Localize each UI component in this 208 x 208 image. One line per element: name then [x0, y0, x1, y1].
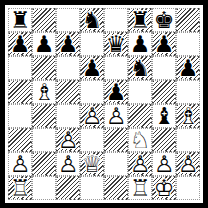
square-h5[interactable]	[176, 80, 200, 104]
square-h1[interactable]	[176, 176, 200, 200]
square-d5[interactable]	[80, 80, 104, 104]
piece-black-pawn: ♟	[9, 33, 31, 55]
square-f4[interactable]	[128, 104, 152, 128]
square-d6[interactable]: ♟	[80, 56, 104, 80]
piece-white-pawn: ♟♙	[81, 105, 103, 127]
square-h8[interactable]	[176, 8, 200, 32]
square-e1[interactable]	[104, 176, 128, 200]
piece-black-rook: ♜	[9, 9, 31, 31]
square-b7[interactable]: ♟	[32, 32, 56, 56]
square-d3[interactable]	[80, 128, 104, 152]
piece-white-rook: ♜♖	[9, 177, 31, 199]
square-e4[interactable]: ♟♙	[104, 104, 128, 128]
square-b2[interactable]	[32, 152, 56, 176]
square-e8[interactable]	[104, 8, 128, 32]
square-b5[interactable]: ♝♗	[32, 80, 56, 104]
piece-white-rook: ♜♖	[129, 177, 151, 199]
piece-black-queen: ♛	[105, 33, 127, 55]
square-a3[interactable]	[8, 128, 32, 152]
chess-diagram: ♜♞♜♚♟♟♟♛♟♟♟♞♟♝♗♟♟♙♟♙♝♝♗♟♙♞♘♟♙♟♙♛♕♟♙♟♙♟♙♜…	[0, 0, 208, 208]
piece-white-pawn: ♟♙	[177, 153, 199, 175]
square-a5[interactable]	[8, 80, 32, 104]
square-c5[interactable]	[56, 80, 80, 104]
square-c6[interactable]	[56, 56, 80, 80]
square-f3[interactable]: ♞♘	[128, 128, 152, 152]
square-d7[interactable]	[80, 32, 104, 56]
square-g4[interactable]: ♝	[152, 104, 176, 128]
piece-black-pawn: ♟	[153, 33, 175, 55]
piece-white-pawn: ♟♙	[129, 153, 151, 175]
square-c4[interactable]	[56, 104, 80, 128]
square-g5[interactable]	[152, 80, 176, 104]
square-f6[interactable]: ♞	[128, 56, 152, 80]
square-a7[interactable]: ♟	[8, 32, 32, 56]
square-a2[interactable]: ♟♙	[8, 152, 32, 176]
square-a1[interactable]: ♜♖	[8, 176, 32, 200]
square-c8[interactable]	[56, 8, 80, 32]
piece-black-bishop: ♝	[153, 105, 175, 127]
square-a6[interactable]	[8, 56, 32, 80]
square-e6[interactable]	[104, 56, 128, 80]
square-h2[interactable]: ♟♙	[176, 152, 200, 176]
square-b6[interactable]	[32, 56, 56, 80]
piece-white-pawn: ♟♙	[57, 153, 79, 175]
piece-black-pawn: ♟	[105, 81, 127, 103]
piece-white-pawn: ♟♙	[153, 153, 175, 175]
square-b4[interactable]	[32, 104, 56, 128]
piece-white-queen: ♛♕	[81, 153, 103, 175]
square-c7[interactable]: ♟	[56, 32, 80, 56]
square-f5[interactable]	[128, 80, 152, 104]
piece-white-bishop: ♝♗	[177, 105, 199, 127]
chess-board: ♜♞♜♚♟♟♟♛♟♟♟♞♟♝♗♟♟♙♟♙♝♝♗♟♙♞♘♟♙♟♙♛♕♟♙♟♙♟♙♜…	[8, 8, 200, 200]
square-g1[interactable]: ♚♔	[152, 176, 176, 200]
piece-black-pawn: ♟	[81, 57, 103, 79]
square-f2[interactable]: ♟♙	[128, 152, 152, 176]
piece-white-pawn: ♟♙	[57, 129, 79, 151]
square-d2[interactable]: ♛♕	[80, 152, 104, 176]
square-b8[interactable]	[32, 8, 56, 32]
square-a8[interactable]: ♜	[8, 8, 32, 32]
piece-black-pawn: ♟	[57, 33, 79, 55]
piece-black-knight: ♞	[81, 9, 103, 31]
piece-black-pawn: ♟	[129, 33, 151, 55]
square-c3[interactable]: ♟♙	[56, 128, 80, 152]
square-g2[interactable]: ♟♙	[152, 152, 176, 176]
piece-white-bishop: ♝♗	[33, 81, 55, 103]
square-g8[interactable]: ♚	[152, 8, 176, 32]
piece-black-rook: ♜	[129, 9, 151, 31]
piece-white-knight: ♞♘	[129, 129, 151, 151]
square-e3[interactable]	[104, 128, 128, 152]
piece-black-king: ♚	[153, 9, 175, 31]
square-d8[interactable]: ♞	[80, 8, 104, 32]
square-d4[interactable]: ♟♙	[80, 104, 104, 128]
piece-white-pawn: ♟♙	[105, 105, 127, 127]
square-b3[interactable]	[32, 128, 56, 152]
piece-black-pawn: ♟	[177, 57, 199, 79]
piece-white-pawn: ♟♙	[9, 153, 31, 175]
piece-black-knight: ♞	[129, 57, 151, 79]
square-g3[interactable]	[152, 128, 176, 152]
square-c1[interactable]	[56, 176, 80, 200]
square-f1[interactable]: ♜♖	[128, 176, 152, 200]
square-h7[interactable]	[176, 32, 200, 56]
square-h3[interactable]	[176, 128, 200, 152]
square-g7[interactable]: ♟	[152, 32, 176, 56]
square-d1[interactable]	[80, 176, 104, 200]
square-e7[interactable]: ♛	[104, 32, 128, 56]
square-f7[interactable]: ♟	[128, 32, 152, 56]
piece-black-pawn: ♟	[33, 33, 55, 55]
square-h6[interactable]: ♟	[176, 56, 200, 80]
square-c2[interactable]: ♟♙	[56, 152, 80, 176]
square-e5[interactable]: ♟	[104, 80, 128, 104]
square-b1[interactable]	[32, 176, 56, 200]
piece-white-king: ♚♔	[153, 177, 175, 199]
square-e2[interactable]	[104, 152, 128, 176]
square-f8[interactable]: ♜	[128, 8, 152, 32]
square-g6[interactable]	[152, 56, 176, 80]
square-h4[interactable]: ♝♗	[176, 104, 200, 128]
square-a4[interactable]	[8, 104, 32, 128]
